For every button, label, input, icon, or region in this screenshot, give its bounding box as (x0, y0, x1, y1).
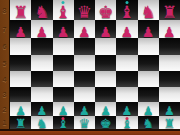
black-queen: ♛ (77, 4, 92, 21)
black-rook: ♜ (13, 4, 28, 21)
square-e2[interactable]: ♟ (95, 102, 116, 116)
black-pawn: ♟ (163, 25, 176, 39)
black-knight: ♞ (141, 4, 156, 21)
square-h1[interactable]: ♜ (159, 116, 180, 129)
square-c2[interactable]: ♟ (53, 102, 74, 116)
rank-label-5: 5 (0, 55, 9, 71)
square-c5[interactable] (53, 55, 74, 71)
square-d7[interactable]: ♟ (74, 20, 95, 38)
square-a5[interactable] (10, 55, 31, 71)
white-bishop-tip-accent (62, 117, 65, 120)
rank-label-6: 6 (0, 38, 9, 55)
black-bishop: ♝ (56, 4, 71, 21)
square-d1[interactable]: ♛ (74, 116, 95, 129)
square-d8[interactable]: ♛ (74, 0, 95, 20)
rank-labels: 87654321 (0, 0, 10, 129)
square-a1[interactable]: ♜ (10, 116, 31, 129)
square-a8[interactable]: ♜ (10, 0, 31, 20)
square-d5[interactable] (74, 55, 95, 71)
square-h6[interactable] (159, 38, 180, 55)
square-e3[interactable] (95, 87, 116, 102)
square-g7[interactable]: ♟ (138, 20, 159, 38)
square-f8[interactable]: ♝ (116, 0, 137, 20)
square-h8[interactable]: ♜ (159, 0, 180, 20)
square-c7[interactable]: ♟ (53, 20, 74, 38)
square-g5[interactable] (138, 55, 159, 71)
square-b4[interactable] (31, 71, 52, 87)
black-knight: ♞ (34, 4, 49, 21)
black-pawn: ♟ (121, 25, 134, 39)
square-b6[interactable] (31, 38, 52, 55)
square-b3[interactable] (31, 87, 52, 102)
square-g1[interactable]: ♞ (138, 116, 159, 129)
square-f2[interactable]: ♟ (116, 102, 137, 116)
square-d6[interactable] (74, 38, 95, 55)
rank-label-2: 2 (0, 102, 9, 116)
square-d4[interactable] (74, 71, 95, 87)
square-h3[interactable] (159, 87, 180, 102)
black-pawn: ♟ (14, 25, 27, 39)
rank-label-8: 8 (0, 0, 9, 20)
square-d3[interactable] (74, 87, 95, 102)
square-c1[interactable]: ♝ (53, 116, 74, 129)
square-b1[interactable]: ♞ (31, 116, 52, 129)
rank-label-7: 7 (0, 20, 9, 38)
chess-board: ♜♞♝♛♚♝♞♜♟♟♟♟♟♟♟♟♟♟♟♟♟♟♟♟♜♞♝♛♚♝♞♜ (10, 0, 180, 129)
rank-label-1: 1 (0, 116, 9, 129)
square-b7[interactable]: ♟ (31, 20, 52, 38)
black-pawn: ♟ (36, 25, 49, 39)
square-a2[interactable]: ♟ (10, 102, 31, 116)
rank-label-3: 3 (0, 87, 9, 102)
square-a6[interactable] (10, 38, 31, 55)
square-b5[interactable] (31, 55, 52, 71)
square-e4[interactable] (95, 71, 116, 87)
black-king: ♚ (98, 4, 113, 21)
square-h2[interactable]: ♟ (159, 102, 180, 116)
black-pawn: ♟ (142, 25, 155, 39)
square-g8[interactable]: ♞ (138, 0, 159, 20)
square-c3[interactable] (53, 87, 74, 102)
black-rook: ♜ (162, 4, 177, 21)
square-b8[interactable]: ♞ (31, 0, 52, 20)
square-f4[interactable] (116, 71, 137, 87)
black-pawn: ♟ (78, 25, 91, 39)
black-pawn: ♟ (99, 25, 112, 39)
square-e6[interactable] (95, 38, 116, 55)
square-c6[interactable] (53, 38, 74, 55)
rank-label-4: 4 (0, 71, 9, 87)
square-g2[interactable]: ♟ (138, 102, 159, 116)
square-g6[interactable] (138, 38, 159, 55)
square-e1[interactable]: ♚ (95, 116, 116, 129)
white-bishop-tip-accent (125, 117, 128, 120)
black-bishop-tip-accent (125, 1, 128, 4)
black-pawn: ♟ (57, 25, 70, 39)
square-e8[interactable]: ♚ (95, 0, 116, 20)
square-f7[interactable]: ♟ (116, 20, 137, 38)
chess-game-window: ♜♞♝♛♚♝♞♜♟♟♟♟♟♟♟♟♟♟♟♟♟♟♟♟♜♞♝♛♚♝♞♜ 8765432… (0, 0, 180, 135)
square-h7[interactable]: ♟ (159, 20, 180, 38)
square-g4[interactable] (138, 71, 159, 87)
square-b2[interactable]: ♟ (31, 102, 52, 116)
black-bishop: ♝ (119, 4, 134, 21)
square-h4[interactable] (159, 71, 180, 87)
square-f6[interactable] (116, 38, 137, 55)
square-a3[interactable] (10, 87, 31, 102)
square-h5[interactable] (159, 55, 180, 71)
square-e7[interactable]: ♟ (95, 20, 116, 38)
square-e5[interactable] (95, 55, 116, 71)
square-f5[interactable] (116, 55, 137, 71)
board-wood-frame-bottom (0, 129, 180, 135)
square-c8[interactable]: ♝ (53, 0, 74, 20)
square-f1[interactable]: ♝ (116, 116, 137, 129)
square-c4[interactable] (53, 71, 74, 87)
square-d2[interactable]: ♟ (74, 102, 95, 116)
square-a4[interactable] (10, 71, 31, 87)
black-bishop-tip-accent (62, 1, 65, 4)
square-f3[interactable] (116, 87, 137, 102)
square-a7[interactable]: ♟ (10, 20, 31, 38)
square-g3[interactable] (138, 87, 159, 102)
